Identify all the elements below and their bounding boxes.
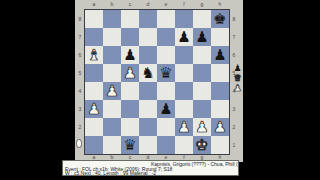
file-labels-top: abcdefgh — [85, 1, 229, 8]
square-b3[interactable] — [103, 100, 121, 118]
square-d7[interactable] — [139, 28, 157, 46]
square-h8[interactable]: ♚ — [211, 10, 229, 28]
square-h2[interactable]: ♟ — [211, 118, 229, 136]
file-label-h: h — [211, 1, 229, 8]
rank-label-8: 8 — [76, 10, 84, 28]
material-tray: ♟♛♟ — [232, 63, 243, 93]
square-a1[interactable] — [85, 136, 103, 154]
piece-wP-c5[interactable]: ♟ — [121, 64, 139, 82]
square-c1[interactable]: ♛ — [121, 136, 139, 154]
square-a4[interactable] — [85, 82, 103, 100]
rank-label-1: 1 — [230, 136, 238, 154]
piece-bP-e3[interactable]: ♟ — [157, 100, 175, 118]
piece-bP-h6[interactable]: ♟ — [211, 46, 229, 64]
piece-wP-h2[interactable]: ♟ — [211, 118, 229, 136]
rank-label-6: 6 — [76, 46, 84, 64]
square-d4[interactable] — [139, 82, 157, 100]
file-label-f: f — [175, 1, 193, 8]
square-c4[interactable] — [121, 82, 139, 100]
square-d5[interactable]: ♞ — [139, 64, 157, 82]
square-h7[interactable] — [211, 28, 229, 46]
square-f6[interactable] — [175, 46, 193, 64]
piece-wK-g1[interactable]: ♚ — [193, 136, 211, 154]
square-e1[interactable] — [157, 136, 175, 154]
square-f3[interactable] — [175, 100, 193, 118]
square-c3[interactable] — [121, 100, 139, 118]
piece-wP-f2[interactable]: ♟ — [175, 118, 193, 136]
square-a7[interactable] — [85, 28, 103, 46]
piece-bP-f7[interactable]: ♟ — [175, 28, 193, 46]
square-g1[interactable]: ♚ — [193, 136, 211, 154]
square-h4[interactable] — [211, 82, 229, 100]
file-label-a: a — [85, 1, 103, 8]
square-b5[interactable] — [103, 64, 121, 82]
piece-bK-h8[interactable]: ♚ — [211, 10, 229, 28]
square-d8[interactable] — [139, 10, 157, 28]
square-c6[interactable]: ♟ — [121, 46, 139, 64]
square-g8[interactable] — [193, 10, 211, 28]
rank-label-3: 3 — [230, 100, 238, 118]
square-b4[interactable]: ♟ — [103, 82, 121, 100]
square-e7[interactable] — [157, 28, 175, 46]
square-g2[interactable]: ♟ — [193, 118, 211, 136]
square-f5[interactable] — [175, 64, 193, 82]
chess-board: ♚♟♟♝♟♟♟♞♛♟♟♟♟♟♟♛♚ — [85, 10, 229, 154]
file-label-b: b — [103, 1, 121, 8]
square-a5[interactable] — [85, 64, 103, 82]
rank-label-5: 5 — [76, 64, 84, 82]
square-e8[interactable] — [157, 10, 175, 28]
square-h5[interactable] — [211, 64, 229, 82]
rank-label-2: 2 — [76, 118, 84, 136]
rank-label-3: 3 — [76, 100, 84, 118]
file-label-d: d — [139, 1, 157, 8]
square-a8[interactable] — [85, 10, 103, 28]
rank-label-6: 6 — [230, 46, 238, 64]
square-c2[interactable] — [121, 118, 139, 136]
piece-bQ-e5[interactable]: ♛ — [157, 64, 175, 82]
white-to-move-indicator — [76, 139, 82, 148]
file-label-c: c — [121, 1, 139, 8]
square-f8[interactable] — [175, 10, 193, 28]
piece-bP-c6[interactable]: ♟ — [121, 46, 139, 64]
square-g5[interactable] — [193, 64, 211, 82]
square-b8[interactable] — [103, 10, 121, 28]
rank-label-7: 7 — [76, 28, 84, 46]
square-g6[interactable] — [193, 46, 211, 64]
black-pawn-icon: ♟ — [232, 63, 243, 73]
white-pawn-icon: ♟ — [232, 83, 243, 93]
file-label-g: g — [193, 1, 211, 8]
square-f4[interactable] — [175, 82, 193, 100]
square-h1[interactable] — [211, 136, 229, 154]
piece-bN-d5[interactable]: ♞ — [139, 64, 157, 82]
piece-bP-g7[interactable]: ♟ — [193, 28, 211, 46]
square-a6[interactable]: ♝ — [85, 46, 103, 64]
square-c7[interactable] — [121, 28, 139, 46]
square-g3[interactable] — [193, 100, 211, 118]
rank-label-2: 2 — [230, 118, 238, 136]
square-d3[interactable] — [139, 100, 157, 118]
square-d2[interactable] — [139, 118, 157, 136]
square-b2[interactable] — [103, 118, 121, 136]
rank-labels-left: 87654321 — [76, 10, 84, 154]
square-e2[interactable] — [157, 118, 175, 136]
rank-label-4: 4 — [76, 82, 84, 100]
square-h6[interactable]: ♟ — [211, 46, 229, 64]
square-d6[interactable] — [139, 46, 157, 64]
game-caption: Kapnisis, Grigoris (????) - Chua, Phill … — [62, 160, 239, 176]
square-d1[interactable] — [139, 136, 157, 154]
piece-wP-b4[interactable]: ♟ — [103, 82, 121, 100]
square-f2[interactable]: ♟ — [175, 118, 193, 136]
rank-label-7: 7 — [230, 28, 238, 46]
square-a3[interactable]: ♟ — [85, 100, 103, 118]
square-e3[interactable]: ♟ — [157, 100, 175, 118]
square-c5[interactable]: ♟ — [121, 64, 139, 82]
square-g4[interactable] — [193, 82, 211, 100]
square-h3[interactable] — [211, 100, 229, 118]
status-line: W : c5 Next : 40. Length : 99 Material :… — [65, 171, 236, 176]
square-e4[interactable] — [157, 82, 175, 100]
rank-label-8: 8 — [230, 10, 238, 28]
square-e5[interactable]: ♛ — [157, 64, 175, 82]
square-a2[interactable] — [85, 118, 103, 136]
video-frame: abcdefgh abcdefgh 87654321 87654321 ♚♟♟♝… — [0, 0, 320, 180]
square-b7[interactable] — [103, 28, 121, 46]
white-queen-icon: ♛ — [232, 73, 243, 83]
square-c8[interactable] — [121, 10, 139, 28]
file-label-e: e — [157, 1, 175, 8]
square-b6[interactable] — [103, 46, 121, 64]
square-g7[interactable]: ♟ — [193, 28, 211, 46]
square-f1[interactable] — [175, 136, 193, 154]
piece-bQ-c1[interactable]: ♛ — [121, 136, 139, 154]
piece-wB-a6[interactable]: ♝ — [85, 46, 103, 64]
square-b1[interactable] — [103, 136, 121, 154]
square-f7[interactable]: ♟ — [175, 28, 193, 46]
piece-wP-g2[interactable]: ♟ — [193, 118, 211, 136]
piece-wP-a3[interactable]: ♟ — [85, 100, 103, 118]
square-e6[interactable] — [157, 46, 175, 64]
